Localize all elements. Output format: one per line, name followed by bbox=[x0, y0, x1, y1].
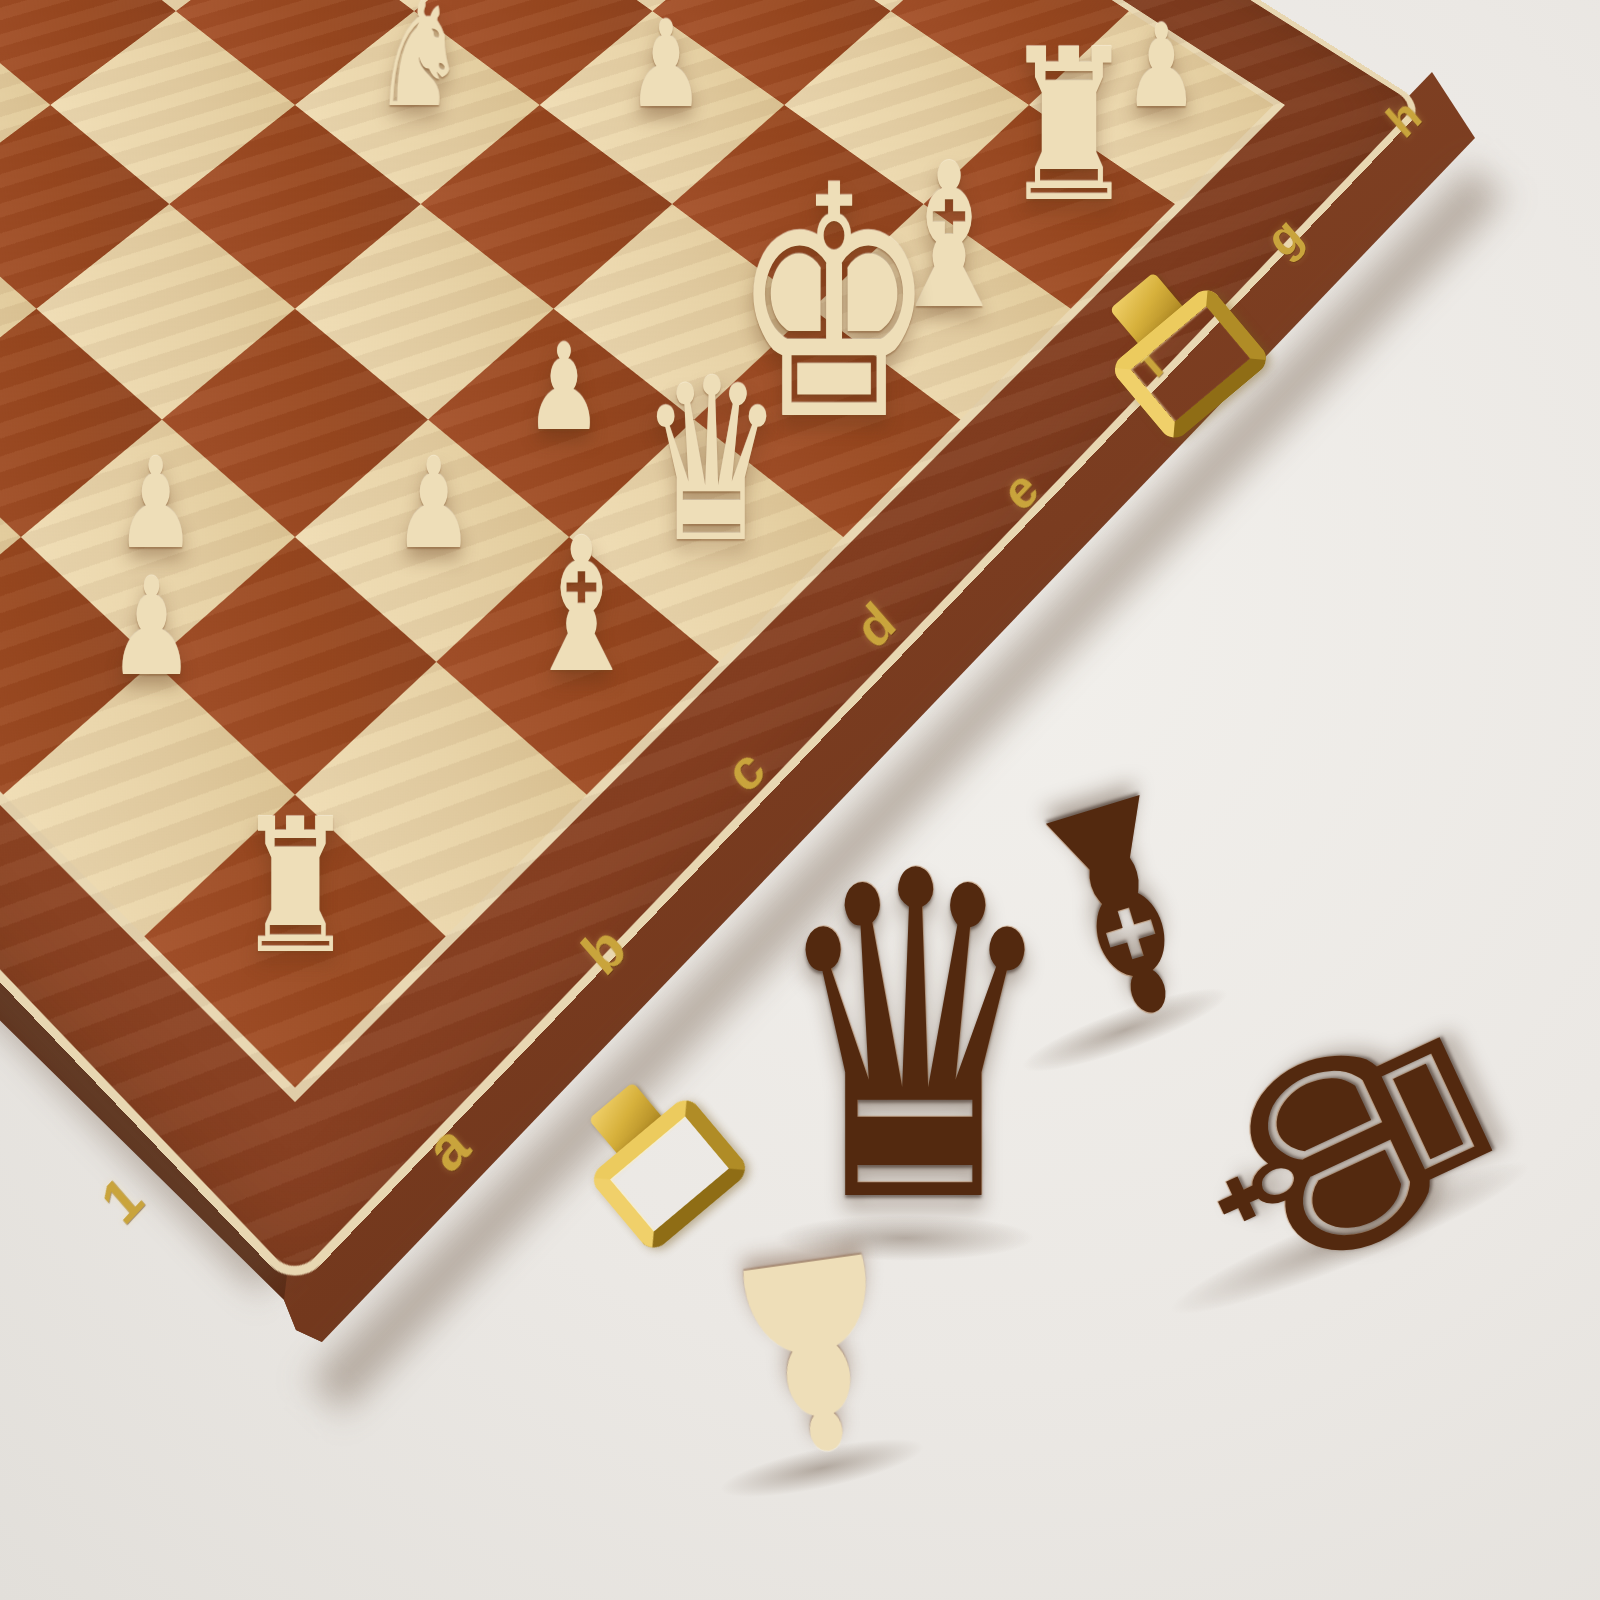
table-shadow-3 bbox=[715, 1427, 929, 1510]
chess-set-photo: 1abcdefgh ♟♟♞♜♝♟♚♟♟♛♟♝♜♝♛♚♟ bbox=[0, 0, 1600, 1600]
brass-clasp-left bbox=[545, 1046, 778, 1278]
table-shadow-2 bbox=[1159, 1141, 1540, 1335]
table-shadow-1 bbox=[1015, 974, 1235, 1087]
board-grid bbox=[0, 0, 1285, 1102]
table-shadow-0 bbox=[775, 1215, 1035, 1261]
